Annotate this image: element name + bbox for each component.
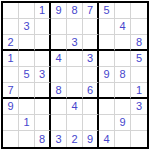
cell-r1c5[interactable]: 8 [67,3,83,19]
cell-r9c3[interactable]: 8 [35,131,51,147]
cell-r8c5[interactable] [67,115,83,131]
cell-r4c2[interactable] [19,51,35,67]
cell-r6c5[interactable] [67,83,83,99]
cell-r6c8[interactable] [115,83,131,99]
cell-r5c7[interactable]: 9 [99,67,115,83]
cell-r1c3[interactable]: 1 [35,3,51,19]
cell-r4c4[interactable]: 4 [51,51,67,67]
cell-r4c8[interactable] [115,51,131,67]
cell-r6c2[interactable] [19,83,35,99]
cell-r9c6[interactable]: 9 [83,131,99,147]
cell-r7c6[interactable] [83,99,99,115]
cell-r9c4[interactable]: 3 [51,131,67,147]
cell-r8c1[interactable] [3,115,19,131]
cell-r9c7[interactable]: 4 [99,131,115,147]
cell-r1c1[interactable] [3,3,19,19]
cell-r2c9[interactable] [131,19,147,35]
cell-r7c5[interactable]: 4 [67,99,83,115]
cell-r2c7[interactable] [99,19,115,35]
cell-r3c7[interactable] [99,35,115,51]
cell-r5c1[interactable] [3,67,19,83]
cell-r4c9[interactable]: 5 [131,51,147,67]
cell-r8c7[interactable] [99,115,115,131]
cell-r7c1[interactable]: 9 [3,99,19,115]
cell-r1c8[interactable] [115,3,131,19]
cell-r4c6[interactable]: 3 [83,51,99,67]
cell-r2c6[interactable] [83,19,99,35]
cell-r3c9[interactable]: 8 [131,35,147,51]
cell-r2c1[interactable] [3,19,19,35]
cell-r9c1[interactable] [3,131,19,147]
cell-r8c6[interactable] [83,115,99,131]
cell-r8c8[interactable]: 9 [115,115,131,131]
cell-r5c9[interactable] [131,67,147,83]
cell-r3c1[interactable]: 2 [3,35,19,51]
cell-r9c8[interactable] [115,131,131,147]
cell-r8c9[interactable] [131,115,147,131]
cell-r9c2[interactable] [19,131,35,147]
cell-r6c6[interactable]: 6 [83,83,99,99]
cell-r8c4[interactable] [51,115,67,131]
cell-r3c2[interactable] [19,35,35,51]
cell-r1c4[interactable]: 9 [51,3,67,19]
cell-r1c9[interactable] [131,3,147,19]
cell-r3c8[interactable] [115,35,131,51]
sudoku-board: 19875342381435539878619431983294 [1,1,149,149]
cell-r9c5[interactable]: 2 [67,131,83,147]
cell-r4c3[interactable] [35,51,51,67]
cell-r5c6[interactable] [83,67,99,83]
cell-r2c5[interactable] [67,19,83,35]
cell-r2c2[interactable]: 3 [19,19,35,35]
cell-r3c6[interactable] [83,35,99,51]
cell-r1c2[interactable] [19,3,35,19]
cell-r4c1[interactable]: 1 [3,51,19,67]
cell-r6c1[interactable]: 7 [3,83,19,99]
cell-r8c2[interactable]: 1 [19,115,35,131]
cell-r3c5[interactable]: 3 [67,35,83,51]
cell-r7c3[interactable] [35,99,51,115]
cell-r7c8[interactable] [115,99,131,115]
cell-r6c3[interactable] [35,83,51,99]
cell-r5c2[interactable]: 5 [19,67,35,83]
cell-r7c9[interactable]: 3 [131,99,147,115]
cell-r5c5[interactable] [67,67,83,83]
cell-r3c4[interactable] [51,35,67,51]
cell-r5c3[interactable]: 3 [35,67,51,83]
cell-r6c4[interactable]: 8 [51,83,67,99]
cell-r3c3[interactable] [35,35,51,51]
cell-r5c8[interactable]: 8 [115,67,131,83]
cell-r6c9[interactable]: 1 [131,83,147,99]
cell-r5c4[interactable] [51,67,67,83]
cell-r4c5[interactable] [67,51,83,67]
cell-r9c9[interactable] [131,131,147,147]
cell-r4c7[interactable] [99,51,115,67]
cell-r2c8[interactable]: 4 [115,19,131,35]
cell-r2c3[interactable] [35,19,51,35]
cell-r8c3[interactable] [35,115,51,131]
cell-r1c7[interactable]: 5 [99,3,115,19]
sudoku-board-container: 19875342381435539878619431983294 [1,1,149,149]
cell-r7c7[interactable] [99,99,115,115]
cell-r2c4[interactable] [51,19,67,35]
cell-r7c2[interactable] [19,99,35,115]
cell-r6c7[interactable] [99,83,115,99]
cell-r1c6[interactable]: 7 [83,3,99,19]
cell-r7c4[interactable] [51,99,67,115]
